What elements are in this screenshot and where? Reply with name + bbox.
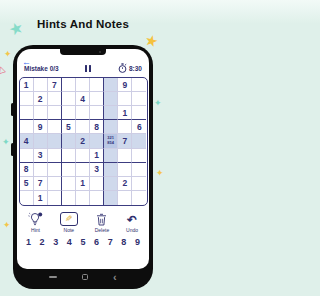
sudoku-cell-r9c3[interactable] bbox=[48, 191, 62, 205]
delete-button[interactable]: Delete bbox=[95, 213, 109, 233]
sudoku-cell-r1c6[interactable] bbox=[90, 78, 104, 92]
sudoku-cell-r3c3[interactable] bbox=[48, 106, 62, 120]
sudoku-cell-r9c2[interactable]: 1 bbox=[34, 191, 48, 205]
timer: 8:30 bbox=[118, 63, 142, 73]
numpad-3[interactable]: 3 bbox=[53, 237, 58, 247]
sudoku-cell-r6c9[interactable] bbox=[132, 149, 146, 163]
sparkle-icon: ✦ bbox=[2, 138, 10, 147]
undo-icon: ↶ bbox=[127, 215, 137, 226]
sudoku-cell-r7c5[interactable] bbox=[76, 163, 90, 177]
sudoku-cell-r9c6[interactable] bbox=[90, 191, 104, 205]
sudoku-cell-r1c9[interactable] bbox=[132, 78, 146, 92]
sudoku-cell-r2c6[interactable] bbox=[90, 92, 104, 106]
triangle-icon: △ bbox=[0, 64, 6, 75]
sudoku-cell-r6c2[interactable]: 3 bbox=[34, 149, 48, 163]
sudoku-cell-r3c9[interactable] bbox=[132, 106, 146, 120]
sudoku-cell-r1c3[interactable]: 7 bbox=[48, 78, 62, 92]
sudoku-cell-r5c7[interactable]: 321854 bbox=[104, 134, 118, 148]
sudoku-cell-r7c7[interactable] bbox=[104, 163, 118, 177]
sudoku-cell-r6c4[interactable] bbox=[62, 149, 76, 163]
note-label: Note bbox=[64, 227, 75, 233]
sudoku-cell-r1c4[interactable] bbox=[62, 78, 76, 92]
sudoku-cell-r3c5[interactable] bbox=[76, 106, 90, 120]
sudoku-cell-r3c8[interactable]: 1 bbox=[118, 106, 132, 120]
sudoku-cell-r3c6[interactable] bbox=[90, 106, 104, 120]
sudoku-cell-r9c5[interactable] bbox=[76, 191, 90, 205]
sudoku-cell-r7c9[interactable] bbox=[132, 163, 146, 177]
hint-button[interactable]: Hint bbox=[28, 212, 43, 233]
sudoku-cell-r8c4[interactable] bbox=[62, 177, 76, 191]
trash-icon bbox=[96, 213, 107, 226]
sudoku-cell-r2c7[interactable] bbox=[104, 92, 118, 106]
sudoku-cell-r7c1[interactable]: 8 bbox=[20, 163, 34, 177]
sudoku-cell-r8c7[interactable] bbox=[104, 177, 118, 191]
toolbar: Hint ✎ Note Delete ↶ Undo bbox=[17, 212, 149, 233]
number-pad: 123456789 bbox=[17, 237, 149, 247]
sudoku-cell-r6c5[interactable] bbox=[76, 149, 90, 163]
sudoku-cell-r4c9[interactable]: 6 bbox=[132, 120, 146, 134]
sparkle-icon: ✦ bbox=[3, 221, 11, 230]
sudoku-cell-r1c2[interactable] bbox=[34, 78, 48, 92]
sparkle-icon: ✦ bbox=[154, 99, 162, 108]
sudoku-cell-r3c2[interactable] bbox=[34, 106, 48, 120]
volume-button bbox=[11, 143, 14, 156]
numpad-4[interactable]: 4 bbox=[67, 237, 72, 247]
pencil-icon: ✎ bbox=[65, 215, 73, 224]
numpad-8[interactable]: 8 bbox=[121, 237, 126, 247]
sudoku-grid: 1792419586423218547318357121 bbox=[19, 77, 148, 206]
sudoku-cell-r4c6[interactable]: 8 bbox=[90, 120, 104, 134]
sudoku-cell-r8c6[interactable] bbox=[90, 177, 104, 191]
sudoku-cell-r4c3[interactable] bbox=[48, 120, 62, 134]
undo-label: Undo bbox=[126, 227, 138, 233]
note-selected-box: ✎ bbox=[60, 212, 78, 226]
sudoku-cell-r6c8[interactable] bbox=[118, 149, 132, 163]
lightbulb-icon bbox=[28, 212, 43, 226]
sudoku-cell-r1c5[interactable] bbox=[76, 78, 90, 92]
sudoku-cell-r3c7[interactable] bbox=[104, 106, 118, 120]
home-icon[interactable] bbox=[82, 274, 89, 281]
sudoku-cell-r9c4[interactable] bbox=[62, 191, 76, 205]
sudoku-cell-r9c8[interactable] bbox=[118, 191, 132, 205]
sudoku-cell-r7c3[interactable] bbox=[48, 163, 62, 177]
sudoku-cell-r4c1[interactable] bbox=[20, 120, 34, 134]
sudoku-cell-r6c7[interactable] bbox=[104, 149, 118, 163]
sudoku-cell-r2c3[interactable] bbox=[48, 92, 62, 106]
sudoku-cell-r2c1[interactable] bbox=[20, 92, 34, 106]
sudoku-cell-r7c8[interactable] bbox=[118, 163, 132, 177]
sparkle-icon: ✦ bbox=[156, 169, 164, 178]
camera-dot bbox=[99, 51, 102, 54]
sudoku-cell-r6c3[interactable] bbox=[48, 149, 62, 163]
sudoku-cell-r4c7[interactable] bbox=[104, 120, 118, 134]
sudoku-cell-r2c8[interactable] bbox=[118, 92, 132, 106]
sudoku-cell-r6c6[interactable]: 1 bbox=[90, 149, 104, 163]
sudoku-cell-r9c1[interactable] bbox=[20, 191, 34, 205]
numpad-7[interactable]: 7 bbox=[108, 237, 113, 247]
timer-value: 8:30 bbox=[129, 65, 142, 72]
mistake-counter: Mistake 0/3 bbox=[24, 65, 59, 72]
sudoku-cell-r6c1[interactable] bbox=[20, 149, 34, 163]
volume-button bbox=[11, 103, 14, 116]
sudoku-cell-r1c7[interactable] bbox=[104, 78, 118, 92]
star-icon: ★ bbox=[143, 32, 160, 50]
phone-frame: ← Mistake 0/3 8:30 179241958642321854731… bbox=[13, 45, 153, 289]
sudoku-cell-r8c8[interactable]: 2 bbox=[118, 177, 132, 191]
camera-notch bbox=[60, 49, 106, 55]
sudoku-cell-r1c1[interactable]: 1 bbox=[20, 78, 34, 92]
sudoku-cell-r4c5[interactable] bbox=[76, 120, 90, 134]
sudoku-cell-r4c2[interactable]: 9 bbox=[34, 120, 48, 134]
sudoku-cell-r4c4[interactable]: 5 bbox=[62, 120, 76, 134]
numpad-9[interactable]: 9 bbox=[135, 237, 140, 247]
app-screen: ← Mistake 0/3 8:30 179241958642321854731… bbox=[17, 49, 149, 269]
numpad-1[interactable]: 1 bbox=[26, 237, 31, 247]
sudoku-cell-r1c8[interactable]: 9 bbox=[118, 78, 132, 92]
recents-icon[interactable] bbox=[49, 276, 57, 278]
sudoku-cell-r7c6[interactable]: 3 bbox=[90, 163, 104, 177]
sudoku-cell-r8c5[interactable]: 1 bbox=[76, 177, 90, 191]
sudoku-cell-r9c9[interactable] bbox=[132, 191, 146, 205]
sudoku-cell-r5c6[interactable] bbox=[90, 134, 104, 148]
note-candidates: 854 bbox=[107, 141, 114, 146]
sudoku-cell-r8c3[interactable] bbox=[48, 177, 62, 191]
sudoku-cell-r2c4[interactable] bbox=[62, 92, 76, 106]
sudoku-cell-r3c1[interactable] bbox=[20, 106, 34, 120]
sudoku-cell-r5c8[interactable]: 7 bbox=[118, 134, 132, 148]
sudoku-cell-r2c9[interactable] bbox=[132, 92, 146, 106]
sudoku-cell-r5c4[interactable] bbox=[62, 134, 76, 148]
numpad-6[interactable]: 6 bbox=[94, 237, 99, 247]
sudoku-cell-r7c4[interactable] bbox=[62, 163, 76, 177]
sudoku-cell-r5c5[interactable]: 2 bbox=[76, 134, 90, 148]
sudoku-cell-r2c2[interactable]: 2 bbox=[34, 92, 48, 106]
sudoku-cell-r5c1[interactable]: 4 bbox=[20, 134, 34, 148]
sudoku-cell-r4c8[interactable] bbox=[118, 120, 132, 134]
sudoku-cell-r2c5[interactable]: 4 bbox=[76, 92, 90, 106]
numpad-2[interactable]: 2 bbox=[40, 237, 45, 247]
sudoku-cell-r9c7[interactable] bbox=[104, 191, 118, 205]
sudoku-cell-r5c2[interactable] bbox=[34, 134, 48, 148]
sudoku-cell-r8c9[interactable] bbox=[132, 177, 146, 191]
nav-back-icon[interactable]: ‹ bbox=[113, 272, 117, 282]
delete-label: Delete bbox=[95, 227, 109, 233]
hint-label: Hint bbox=[31, 227, 40, 233]
sudoku-cell-r7c2[interactable] bbox=[34, 163, 48, 177]
status-bar: Mistake 0/3 8:30 bbox=[17, 61, 149, 75]
stopwatch-icon bbox=[118, 63, 127, 73]
sudoku-cell-r5c3[interactable] bbox=[48, 134, 62, 148]
sudoku-cell-r8c1[interactable]: 5 bbox=[20, 177, 34, 191]
sudoku-cell-r8c2[interactable]: 7 bbox=[34, 177, 48, 191]
numpad-5[interactable]: 5 bbox=[80, 237, 85, 247]
undo-button[interactable]: ↶ Undo bbox=[126, 215, 138, 233]
sudoku-cell-r3c4[interactable] bbox=[62, 106, 76, 120]
page-title: Hints And Notes bbox=[0, 18, 166, 30]
sudoku-cell-r5c9[interactable] bbox=[132, 134, 146, 148]
android-nav-bar: ‹ bbox=[17, 269, 149, 285]
note-button[interactable]: ✎ Note bbox=[60, 212, 78, 233]
sparkle-icon: ✦ bbox=[4, 50, 12, 59]
pause-button[interactable] bbox=[85, 65, 91, 72]
